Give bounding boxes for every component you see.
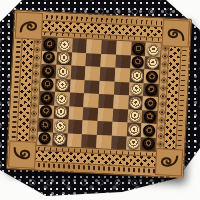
board-square[interactable] xyxy=(84,80,99,94)
checker-piece-light[interactable] xyxy=(130,83,143,96)
board-square[interactable] xyxy=(38,118,53,132)
board-square[interactable] xyxy=(97,121,112,135)
board-square[interactable] xyxy=(112,122,127,136)
play-area xyxy=(36,36,162,152)
board-square[interactable] xyxy=(53,105,68,119)
board-square[interactable] xyxy=(141,123,156,137)
board-square[interactable] xyxy=(82,120,97,134)
board-square[interactable] xyxy=(53,119,68,133)
checker-piece-light[interactable] xyxy=(127,137,140,150)
board-square[interactable] xyxy=(115,54,130,68)
checker-piece-light[interactable] xyxy=(54,119,67,132)
board-square[interactable] xyxy=(113,95,128,109)
checker-piece-dark[interactable] xyxy=(41,78,54,91)
board-square[interactable] xyxy=(70,65,85,79)
board-square[interactable] xyxy=(131,42,146,56)
checker-piece-dark[interactable] xyxy=(143,111,156,124)
board-square[interactable] xyxy=(96,134,111,148)
checker-piece-light[interactable] xyxy=(129,96,142,109)
board-square[interactable] xyxy=(84,93,99,107)
checker-piece-light[interactable] xyxy=(147,43,160,56)
checker-piece-light[interactable] xyxy=(128,123,141,136)
board-square[interactable] xyxy=(144,69,159,83)
game-board xyxy=(6,9,192,178)
checker-piece-dark[interactable] xyxy=(40,105,53,118)
board-square[interactable] xyxy=(114,68,129,82)
board-square[interactable] xyxy=(68,106,83,120)
board-square[interactable] xyxy=(86,53,101,67)
checker-piece-dark[interactable] xyxy=(142,138,155,151)
board-square[interactable] xyxy=(98,94,113,108)
board-square[interactable] xyxy=(57,38,72,52)
board-square[interactable] xyxy=(126,123,141,137)
board-square[interactable] xyxy=(40,77,55,91)
board-square[interactable] xyxy=(54,92,69,106)
board-square[interactable] xyxy=(71,52,86,66)
checker-piece-dark[interactable] xyxy=(132,42,145,55)
checker-piece-light[interactable] xyxy=(57,66,70,79)
checker-piece-dark[interactable] xyxy=(41,92,54,105)
checker-piece-light[interactable] xyxy=(56,93,69,106)
scroll-carving-icon xyxy=(155,148,183,176)
checker-piece-dark[interactable] xyxy=(39,119,52,132)
checker-piece-light[interactable] xyxy=(58,39,71,52)
board-square[interactable] xyxy=(83,107,98,121)
checker-piece-dark[interactable] xyxy=(44,38,57,51)
board-square[interactable] xyxy=(130,55,145,69)
checker-piece-light[interactable] xyxy=(146,57,159,70)
checker-piece-dark[interactable] xyxy=(145,70,158,83)
board-square[interactable] xyxy=(143,83,158,97)
board-square[interactable] xyxy=(128,82,143,96)
board-square[interactable] xyxy=(85,66,100,80)
board-square[interactable] xyxy=(128,96,143,110)
checker-piece-light[interactable] xyxy=(128,110,141,123)
board-square[interactable] xyxy=(70,79,85,93)
scroll-carving-icon xyxy=(8,140,36,168)
board-square[interactable] xyxy=(56,65,71,79)
checker-piece-light[interactable] xyxy=(58,52,71,65)
board-square[interactable] xyxy=(42,37,57,51)
checker-piece-dark[interactable] xyxy=(142,124,155,137)
board-square[interactable] xyxy=(86,39,101,53)
checker-piece-light[interactable] xyxy=(55,106,68,119)
board-square[interactable] xyxy=(140,137,155,151)
board-square[interactable] xyxy=(129,69,144,83)
checker-piece-light[interactable] xyxy=(53,133,66,146)
board-square[interactable] xyxy=(39,104,54,118)
board-square[interactable] xyxy=(69,92,84,106)
board-square[interactable] xyxy=(41,50,56,64)
board-square[interactable] xyxy=(98,107,113,121)
checker-piece-dark[interactable] xyxy=(39,132,52,145)
board-square[interactable] xyxy=(111,135,126,149)
board-square[interactable] xyxy=(145,42,160,56)
board-square[interactable] xyxy=(142,96,157,110)
board-square[interactable] xyxy=(37,131,52,145)
checker-piece-dark[interactable] xyxy=(131,56,144,69)
checker-piece-dark[interactable] xyxy=(43,51,56,64)
board-square[interactable] xyxy=(142,110,157,124)
checker-piece-dark[interactable] xyxy=(144,97,157,110)
board-square[interactable] xyxy=(101,40,116,54)
checker-piece-light[interactable] xyxy=(56,79,69,92)
board-square[interactable] xyxy=(127,109,142,123)
board-square[interactable] xyxy=(126,136,141,150)
board-square[interactable] xyxy=(56,51,71,65)
board-square[interactable] xyxy=(67,119,82,133)
board-square[interactable] xyxy=(116,41,131,55)
board-square[interactable] xyxy=(72,39,87,53)
board-square[interactable] xyxy=(145,56,160,70)
checker-piece-dark[interactable] xyxy=(145,84,158,97)
board-square[interactable] xyxy=(100,54,115,68)
photo-stage xyxy=(0,0,200,200)
board-square[interactable] xyxy=(100,67,115,81)
board-square[interactable] xyxy=(114,81,129,95)
checker-piece-dark[interactable] xyxy=(42,65,55,78)
scroll-carving-icon xyxy=(15,12,43,40)
board-square[interactable] xyxy=(81,134,96,148)
checker-piece-light[interactable] xyxy=(131,69,144,82)
board-square[interactable] xyxy=(52,132,67,146)
scroll-carving-icon xyxy=(162,19,190,47)
board-square[interactable] xyxy=(99,81,114,95)
board-square[interactable] xyxy=(41,64,56,78)
board-square[interactable] xyxy=(112,108,127,122)
board-square[interactable] xyxy=(55,78,70,92)
board-square[interactable] xyxy=(67,133,82,147)
board-square[interactable] xyxy=(39,91,54,105)
